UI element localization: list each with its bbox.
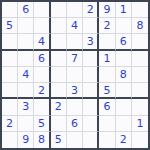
cell-r3c4[interactable] xyxy=(51,34,67,50)
cell-r1c5[interactable] xyxy=(67,2,83,18)
cell-r5c3[interactable] xyxy=(34,67,50,83)
cell-r9c7[interactable] xyxy=(99,132,115,148)
cell-r7c7[interactable]: 6 xyxy=(99,99,115,115)
cell-r3c8[interactable]: 6 xyxy=(116,34,132,50)
cell-r8c5[interactable]: 6 xyxy=(67,116,83,132)
cell-r7c5[interactable] xyxy=(67,99,83,115)
cell-r8c9[interactable]: 1 xyxy=(132,116,148,132)
cell-r5c6[interactable] xyxy=(83,67,99,83)
cell-r2c6[interactable] xyxy=(83,18,99,34)
cell-r6c6[interactable] xyxy=(83,83,99,99)
cell-r4c7[interactable]: 1 xyxy=(99,51,115,67)
cell-r8c2[interactable] xyxy=(18,116,34,132)
cell-r1c1[interactable] xyxy=(2,2,18,18)
cell-r6c2[interactable] xyxy=(18,83,34,99)
cell-r4c2[interactable] xyxy=(18,51,34,67)
cell-r7c6[interactable] xyxy=(83,99,99,115)
cell-r9c9[interactable] xyxy=(132,132,148,148)
cell-r8c8[interactable] xyxy=(116,116,132,132)
cell-r6c1[interactable] xyxy=(2,83,18,99)
cell-r8c1[interactable]: 2 xyxy=(2,116,18,132)
cell-r3c1[interactable] xyxy=(2,34,18,50)
cell-r1c3[interactable] xyxy=(34,2,50,18)
cell-r1c6[interactable]: 2 xyxy=(83,2,99,18)
cell-r3c7[interactable] xyxy=(99,34,115,50)
cell-r6c7[interactable]: 5 xyxy=(99,83,115,99)
cell-r6c4[interactable] xyxy=(51,83,67,99)
cell-r3c5[interactable] xyxy=(67,34,83,50)
cell-r3c9[interactable] xyxy=(132,34,148,50)
cell-r1c9[interactable] xyxy=(132,2,148,18)
cell-r8c6[interactable] xyxy=(83,116,99,132)
cell-r9c5[interactable] xyxy=(67,132,83,148)
cell-r1c7[interactable]: 9 xyxy=(99,2,115,18)
cell-r2c7[interactable]: 2 xyxy=(99,18,115,34)
cell-r7c8[interactable] xyxy=(116,99,132,115)
cell-r2c5[interactable]: 4 xyxy=(67,18,83,34)
cell-r5c8[interactable]: 8 xyxy=(116,67,132,83)
cell-r2c9[interactable]: 8 xyxy=(132,18,148,34)
cell-r4c3[interactable]: 6 xyxy=(34,51,50,67)
cell-r8c7[interactable] xyxy=(99,116,115,132)
cell-r9c1[interactable] xyxy=(2,132,18,148)
cell-r1c4[interactable] xyxy=(51,2,67,18)
cell-r2c3[interactable] xyxy=(34,18,50,34)
cell-r4c8[interactable] xyxy=(116,51,132,67)
cell-r5c2[interactable]: 4 xyxy=(18,67,34,83)
cell-r2c4[interactable] xyxy=(51,18,67,34)
cell-r9c8[interactable]: 2 xyxy=(116,132,132,148)
cell-r2c2[interactable] xyxy=(18,18,34,34)
cell-r6c9[interactable] xyxy=(132,83,148,99)
cell-r7c1[interactable] xyxy=(2,99,18,115)
cell-r7c9[interactable] xyxy=(132,99,148,115)
cell-r3c6[interactable]: 3 xyxy=(83,34,99,50)
sudoku-board: 629154284366714823532625619852 xyxy=(0,0,150,150)
cell-r3c2[interactable] xyxy=(18,34,34,50)
cell-r7c2[interactable]: 3 xyxy=(18,99,34,115)
cell-r1c2[interactable]: 6 xyxy=(18,2,34,18)
cell-r8c3[interactable]: 5 xyxy=(34,116,50,132)
cell-r4c4[interactable] xyxy=(51,51,67,67)
cell-r6c8[interactable] xyxy=(116,83,132,99)
cell-r9c2[interactable]: 9 xyxy=(18,132,34,148)
cell-r5c7[interactable] xyxy=(99,67,115,83)
cell-r7c4[interactable]: 2 xyxy=(51,99,67,115)
cell-r5c4[interactable] xyxy=(51,67,67,83)
cell-r9c3[interactable]: 8 xyxy=(34,132,50,148)
cell-r4c6[interactable] xyxy=(83,51,99,67)
cell-r1c8[interactable]: 1 xyxy=(116,2,132,18)
cell-r4c9[interactable] xyxy=(132,51,148,67)
cell-r7c3[interactable] xyxy=(34,99,50,115)
cell-r3c3[interactable]: 4 xyxy=(34,34,50,50)
cell-r8c4[interactable] xyxy=(51,116,67,132)
cell-r5c5[interactable] xyxy=(67,67,83,83)
cell-r4c5[interactable]: 7 xyxy=(67,51,83,67)
cell-r9c6[interactable] xyxy=(83,132,99,148)
cell-r2c1[interactable]: 5 xyxy=(2,18,18,34)
cell-r6c3[interactable]: 2 xyxy=(34,83,50,99)
cell-r5c9[interactable] xyxy=(132,67,148,83)
cell-r6c5[interactable]: 3 xyxy=(67,83,83,99)
cell-r5c1[interactable] xyxy=(2,67,18,83)
cell-r9c4[interactable]: 5 xyxy=(51,132,67,148)
cell-r4c1[interactable] xyxy=(2,51,18,67)
cell-r2c8[interactable] xyxy=(116,18,132,34)
